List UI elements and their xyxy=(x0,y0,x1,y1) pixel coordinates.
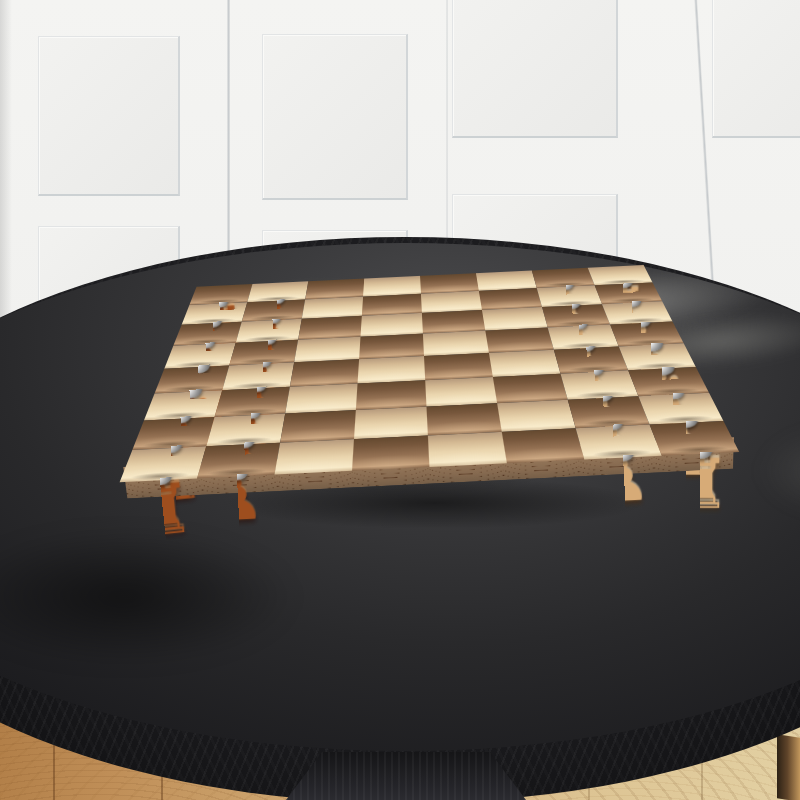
square-c1[interactable]: ♝ xyxy=(628,367,709,396)
square-d8[interactable]: ♛ xyxy=(155,366,230,394)
square-b2[interactable]: ♟ xyxy=(568,396,650,428)
square-b8[interactable]: ♞ xyxy=(132,417,214,450)
square-d4[interactable] xyxy=(424,353,493,380)
square-c6[interactable] xyxy=(285,384,357,414)
wall-panel xyxy=(712,0,800,138)
rook-glyph: ♜ xyxy=(668,452,730,518)
square-e7[interactable]: ♟ xyxy=(229,340,298,366)
square-e4[interactable] xyxy=(423,331,489,356)
square-c8[interactable]: ♝ xyxy=(144,390,222,420)
square-c2[interactable]: ♟ xyxy=(561,370,639,399)
square-e6[interactable] xyxy=(294,337,360,363)
square-d2[interactable]: ♟ xyxy=(554,346,628,373)
scene: ♜♟♟♜♞♟♟♞♝♟♟♝♚♟♟♚♛♟♟♛♝♟♟♝♞♟♟♞♜♟♟♜ xyxy=(0,0,800,800)
square-d5[interactable] xyxy=(358,356,426,384)
square-d6[interactable] xyxy=(290,359,359,387)
square-b3[interactable] xyxy=(497,400,576,432)
chessboard: ♜♟♟♜♞♟♟♞♝♟♟♝♚♟♟♚♛♟♟♛♝♟♟♝♞♟♟♞♜♟♟♜ xyxy=(152,84,697,629)
square-e3[interactable] xyxy=(485,328,554,353)
pedestal-texture xyxy=(286,752,526,800)
table-pedestal xyxy=(286,752,526,800)
square-d1[interactable]: ♛ xyxy=(619,343,696,370)
square-g6[interactable] xyxy=(302,297,363,319)
chessboard-3d: ♜♟♟♜♞♟♟♞♝♟♟♝♚♟♟♚♛♟♟♛♝♟♟♝♞♟♟♞♜♟♟♜ xyxy=(120,265,740,482)
square-c7[interactable]: ♟ xyxy=(215,387,290,417)
pawn-glyph: ♟ xyxy=(211,473,264,528)
square-d7[interactable]: ♟ xyxy=(222,362,294,390)
square-e5[interactable] xyxy=(359,334,424,360)
rook-glyph: ♜ xyxy=(128,475,196,546)
square-b1[interactable]: ♞ xyxy=(638,393,723,425)
square-b5[interactable] xyxy=(354,407,428,439)
square-b6[interactable] xyxy=(280,410,356,443)
background-furniture-leg xyxy=(777,734,800,800)
square-c5[interactable] xyxy=(356,380,427,410)
square-c3[interactable] xyxy=(493,374,568,404)
square-c4[interactable] xyxy=(425,377,497,407)
square-b7[interactable]: ♟ xyxy=(206,414,285,447)
pawn-glyph: ♟ xyxy=(597,454,650,509)
square-b4[interactable] xyxy=(426,403,501,435)
square-d3[interactable] xyxy=(489,350,561,377)
square-f1[interactable]: ♝ xyxy=(602,301,672,324)
board-grid: ♜♟♟♜♞♟♟♞♝♟♟♝♚♟♟♚♛♟♟♛♝♟♟♝♞♟♟♞♜♟♟♜ xyxy=(120,265,740,482)
square-e1[interactable]: ♚ xyxy=(610,321,684,346)
square-e2[interactable]: ♟ xyxy=(548,324,619,349)
